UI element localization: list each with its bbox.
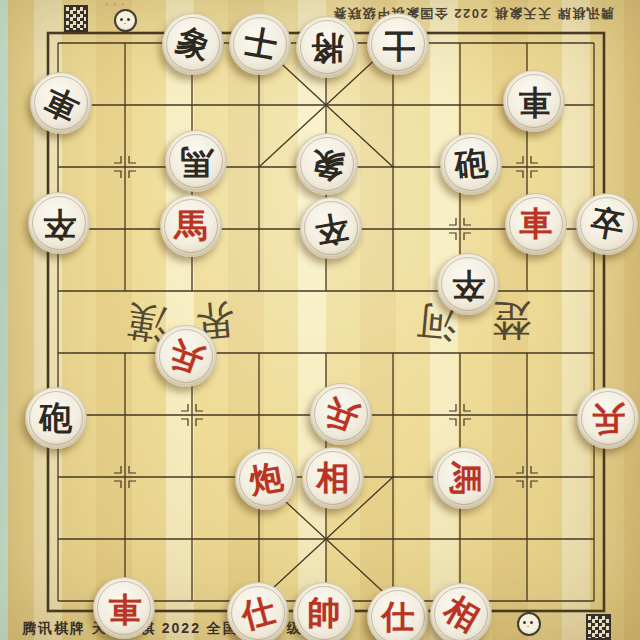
black-soldier-piece[interactable]: 卒 — [576, 193, 638, 255]
piece-character: 車 — [108, 592, 141, 625]
piece-character: 象 — [308, 145, 346, 183]
piece-character: 兵 — [320, 393, 362, 435]
red-horse-piece[interactable]: 馬 — [433, 447, 495, 509]
piece-character: 卒 — [312, 209, 350, 247]
piece-character: 炮 — [247, 460, 285, 498]
piece-character: 象 — [172, 23, 214, 65]
piece-character: 車 — [518, 85, 551, 118]
piece-character: 相 — [438, 591, 483, 636]
black-horse-piece[interactable]: 馬 — [165, 130, 227, 192]
qr-seal-top — [64, 5, 88, 32]
piece-character: 相 — [317, 462, 350, 495]
red-elephant-piece[interactable]: 相 — [302, 447, 364, 509]
red-cannon-piece[interactable]: 炮 — [235, 448, 297, 510]
black-soldier-piece[interactable]: 卒 — [437, 253, 499, 315]
black-elephant-piece[interactable]: 象 — [296, 133, 358, 195]
piece-character: 兵 — [592, 402, 625, 435]
piece-character: 車 — [520, 208, 553, 241]
river-char-楚: 楚 — [490, 300, 534, 340]
piece-character: 仕 — [382, 601, 415, 634]
piece-character: 砲 — [40, 402, 73, 435]
red-elephant-piece[interactable]: 相 — [430, 583, 492, 640]
red-chariot-piece[interactable]: 車 — [505, 193, 567, 255]
red-chariot-piece[interactable]: 車 — [93, 577, 155, 639]
red-horse-piece[interactable]: 馬 — [160, 195, 222, 257]
qr-seal-bottom — [586, 614, 611, 640]
piece-character: 馬 — [448, 462, 481, 495]
red-advisor-piece[interactable]: 仕 — [367, 586, 429, 640]
piece-character: 仕 — [238, 593, 278, 633]
black-general-piece[interactable]: 將 — [296, 16, 358, 78]
piece-character: 士 — [241, 25, 279, 63]
black-chariot-piece[interactable]: 車 — [30, 72, 92, 134]
piece-character: 馬 — [180, 145, 213, 178]
piece-character: 車 — [39, 81, 83, 125]
xiangqi-board-photo: 腾讯棋牌 天天象棋 2022 全国象棋甲级联赛 ＋·＋·＋ 腾讯棋牌 天天象棋 … — [0, 0, 640, 640]
red-soldier-piece[interactable]: 兵 — [310, 383, 372, 445]
mascot-logo-top — [114, 9, 137, 32]
black-soldier-piece[interactable]: 卒 — [300, 197, 362, 259]
piece-character: 帥 — [308, 597, 341, 630]
black-elephant-piece[interactable]: 象 — [162, 13, 224, 75]
mascot-logo-bottom — [517, 612, 541, 636]
black-cannon-piece[interactable]: 砲 — [440, 133, 502, 195]
piece-character: 砲 — [453, 146, 489, 182]
piece-character: 卒 — [588, 205, 626, 243]
black-chariot-piece[interactable]: 車 — [503, 70, 565, 132]
piece-character: 卒 — [452, 268, 485, 301]
red-general-piece[interactable]: 帥 — [293, 582, 355, 640]
black-cannon-piece[interactable]: 砲 — [25, 387, 87, 449]
red-soldier-piece[interactable]: 兵 — [577, 387, 639, 449]
piece-character: 卒 — [43, 207, 76, 240]
piece-character: 兵 — [165, 335, 207, 377]
piece-character: 馬 — [175, 210, 208, 243]
red-advisor-piece[interactable]: 仕 — [227, 582, 289, 640]
red-soldier-piece[interactable]: 兵 — [155, 325, 217, 387]
black-advisor-piece[interactable]: 士 — [229, 13, 291, 75]
piece-character: 將 — [311, 31, 344, 64]
black-advisor-piece[interactable]: 士 — [367, 13, 429, 75]
black-soldier-piece[interactable]: 卒 — [28, 192, 90, 254]
bottom-banner-text: 腾讯棋牌 天天象棋 2022 全国象棋甲级联赛 — [22, 620, 335, 638]
tiny-marks: ＋·＋·＋ — [104, 0, 126, 9]
piece-character: 士 — [382, 28, 415, 61]
